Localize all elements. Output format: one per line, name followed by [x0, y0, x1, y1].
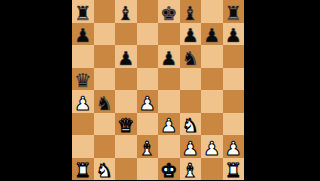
square-a2[interactable]: [72, 135, 94, 158]
black-bishop[interactable]: ♝: [117, 3, 134, 24]
white-pawn[interactable]: ♟: [160, 115, 177, 136]
square-f7[interactable]: ♟: [180, 23, 202, 46]
square-b8[interactable]: [94, 0, 116, 23]
square-f3[interactable]: ♞: [180, 113, 202, 136]
square-b1[interactable]: ♞: [94, 158, 116, 181]
black-knight[interactable]: ♞: [96, 93, 113, 114]
black-pawn[interactable]: ♟: [225, 25, 242, 46]
square-b5[interactable]: [94, 68, 116, 91]
square-g3[interactable]: [201, 113, 223, 136]
chess-board: ♜♝♚♝♜♟♟♟♟♟♟♞♛♟♞♟♛♟♞♝♟♟♟♜♞♚♝♜: [72, 0, 244, 180]
black-rook[interactable]: ♜: [225, 3, 242, 24]
square-d4[interactable]: ♟: [137, 90, 159, 113]
white-knight[interactable]: ♞: [182, 115, 199, 136]
black-pawn[interactable]: ♟: [203, 25, 220, 46]
white-rook[interactable]: ♜: [225, 160, 242, 180]
square-h3[interactable]: [223, 113, 245, 136]
square-d3[interactable]: [137, 113, 159, 136]
square-h8[interactable]: ♜: [223, 0, 245, 23]
square-h5[interactable]: [223, 68, 245, 91]
black-pawn[interactable]: ♟: [182, 25, 199, 46]
letterbox-left: [0, 0, 72, 180]
square-c4[interactable]: [115, 90, 137, 113]
square-c6[interactable]: ♟: [115, 45, 137, 68]
square-d1[interactable]: [137, 158, 159, 181]
square-f6[interactable]: ♞: [180, 45, 202, 68]
black-pawn[interactable]: ♟: [74, 25, 91, 46]
square-h2[interactable]: ♟: [223, 135, 245, 158]
square-g1[interactable]: [201, 158, 223, 181]
black-pawn[interactable]: ♟: [117, 48, 134, 69]
square-a1[interactable]: ♜: [72, 158, 94, 181]
square-e7[interactable]: [158, 23, 180, 46]
square-c5[interactable]: [115, 68, 137, 91]
square-h6[interactable]: [223, 45, 245, 68]
square-h4[interactable]: [223, 90, 245, 113]
square-d2[interactable]: ♝: [137, 135, 159, 158]
square-h7[interactable]: ♟: [223, 23, 245, 46]
square-a8[interactable]: ♜: [72, 0, 94, 23]
square-g4[interactable]: [201, 90, 223, 113]
square-e6[interactable]: ♟: [158, 45, 180, 68]
square-b7[interactable]: [94, 23, 116, 46]
letterbox-right: [244, 0, 320, 180]
white-rook[interactable]: ♜: [74, 160, 91, 180]
square-d6[interactable]: [137, 45, 159, 68]
square-f8[interactable]: ♝: [180, 0, 202, 23]
square-a6[interactable]: [72, 45, 94, 68]
square-f2[interactable]: ♟: [180, 135, 202, 158]
square-b2[interactable]: [94, 135, 116, 158]
square-h1[interactable]: ♜: [223, 158, 245, 181]
square-c1[interactable]: [115, 158, 137, 181]
white-queen[interactable]: ♛: [117, 115, 134, 136]
square-d8[interactable]: [137, 0, 159, 23]
square-f1[interactable]: ♝: [180, 158, 202, 181]
square-f4[interactable]: [180, 90, 202, 113]
black-king[interactable]: ♚: [160, 3, 177, 24]
black-pawn[interactable]: ♟: [160, 48, 177, 69]
square-g6[interactable]: [201, 45, 223, 68]
square-b6[interactable]: [94, 45, 116, 68]
white-king[interactable]: ♚: [160, 160, 177, 180]
black-bishop[interactable]: ♝: [182, 3, 199, 24]
square-g5[interactable]: [201, 68, 223, 91]
square-b4[interactable]: ♞: [94, 90, 116, 113]
square-a4[interactable]: ♟: [72, 90, 94, 113]
square-f5[interactable]: [180, 68, 202, 91]
square-g7[interactable]: ♟: [201, 23, 223, 46]
white-knight[interactable]: ♞: [96, 160, 113, 180]
white-pawn[interactable]: ♟: [203, 138, 220, 159]
square-a7[interactable]: ♟: [72, 23, 94, 46]
square-c3[interactable]: ♛: [115, 113, 137, 136]
square-b3[interactable]: [94, 113, 116, 136]
square-e1[interactable]: ♚: [158, 158, 180, 181]
white-pawn[interactable]: ♟: [225, 138, 242, 159]
square-d7[interactable]: [137, 23, 159, 46]
square-g2[interactable]: ♟: [201, 135, 223, 158]
white-pawn[interactable]: ♟: [182, 138, 199, 159]
square-e5[interactable]: [158, 68, 180, 91]
square-a5[interactable]: ♛: [72, 68, 94, 91]
square-c7[interactable]: [115, 23, 137, 46]
square-e4[interactable]: [158, 90, 180, 113]
black-rook[interactable]: ♜: [74, 3, 91, 24]
square-c2[interactable]: [115, 135, 137, 158]
square-d5[interactable]: [137, 68, 159, 91]
square-a3[interactable]: [72, 113, 94, 136]
black-queen[interactable]: ♛: [74, 70, 91, 91]
square-e8[interactable]: ♚: [158, 0, 180, 23]
white-bishop[interactable]: ♝: [182, 160, 199, 180]
white-pawn[interactable]: ♟: [74, 93, 91, 114]
square-e3[interactable]: ♟: [158, 113, 180, 136]
white-bishop[interactable]: ♝: [139, 138, 156, 159]
black-knight[interactable]: ♞: [182, 48, 199, 69]
square-g8[interactable]: [201, 0, 223, 23]
square-c8[interactable]: ♝: [115, 0, 137, 23]
video-frame: ♜♝♚♝♜♟♟♟♟♟♟♞♛♟♞♟♛♟♞♝♟♟♟♜♞♚♝♜: [0, 0, 320, 180]
square-e2[interactable]: [158, 135, 180, 158]
white-pawn[interactable]: ♟: [139, 93, 156, 114]
